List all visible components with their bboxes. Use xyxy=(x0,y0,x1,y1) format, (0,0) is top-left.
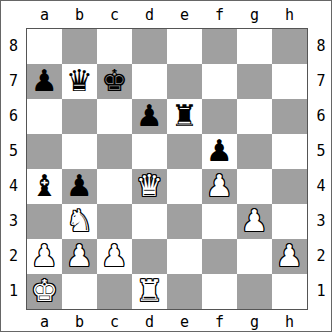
square-g8[interactable] xyxy=(237,29,272,64)
square-e7[interactable] xyxy=(167,64,202,99)
piece-white-pawn[interactable]: ♟ xyxy=(272,239,307,274)
square-g6[interactable] xyxy=(237,99,272,134)
square-h7[interactable] xyxy=(272,64,307,99)
rank-label-2: 2 xyxy=(1,239,26,274)
piece-white-king[interactable]: ♚ xyxy=(27,274,62,309)
square-h8[interactable] xyxy=(272,29,307,64)
rank-label-4: 4 xyxy=(309,169,332,204)
file-label-e: e xyxy=(167,6,202,24)
square-e8[interactable] xyxy=(167,29,202,64)
rank-label-3: 3 xyxy=(1,204,26,239)
rank-label-1: 1 xyxy=(1,274,26,309)
rank-label-6: 6 xyxy=(1,99,26,134)
square-a2[interactable]: ♟ xyxy=(27,239,62,274)
square-h3[interactable] xyxy=(272,204,307,239)
square-h4[interactable] xyxy=(272,169,307,204)
square-f2[interactable] xyxy=(202,239,237,274)
rank-labels-right: 87654321 xyxy=(309,28,332,310)
square-b3[interactable]: ♞ xyxy=(62,204,97,239)
square-g5[interactable] xyxy=(237,134,272,169)
chess-diagram: abcdefgh 87654321 87654321 ♟♛♚♟♜♟♝♟♛♟♞♟♟… xyxy=(0,0,332,332)
square-e2[interactable] xyxy=(167,239,202,274)
square-f7[interactable] xyxy=(202,64,237,99)
square-a1[interactable]: ♚ xyxy=(27,274,62,309)
square-d3[interactable] xyxy=(132,204,167,239)
square-a3[interactable] xyxy=(27,204,62,239)
piece-white-rook[interactable]: ♜ xyxy=(132,274,167,309)
square-e5[interactable] xyxy=(167,134,202,169)
square-f1[interactable] xyxy=(202,274,237,309)
square-d4[interactable]: ♛ xyxy=(132,169,167,204)
square-h1[interactable] xyxy=(272,274,307,309)
file-label-c: c xyxy=(97,6,132,24)
piece-black-pawn[interactable]: ♟ xyxy=(132,99,167,134)
square-b8[interactable] xyxy=(62,29,97,64)
file-label-b: b xyxy=(62,6,97,24)
file-label-d: d xyxy=(132,313,167,331)
square-e3[interactable] xyxy=(167,204,202,239)
square-f5[interactable]: ♟ xyxy=(202,134,237,169)
file-label-h: h xyxy=(272,6,307,24)
piece-black-pawn[interactable]: ♟ xyxy=(62,169,97,204)
square-f8[interactable] xyxy=(202,29,237,64)
square-d5[interactable] xyxy=(132,134,167,169)
piece-black-pawn[interactable]: ♟ xyxy=(202,134,237,169)
square-e6[interactable]: ♜ xyxy=(167,99,202,134)
square-b7[interactable]: ♛ xyxy=(62,64,97,99)
piece-white-queen[interactable]: ♛ xyxy=(132,169,167,204)
file-label-a: a xyxy=(27,313,62,331)
square-e1[interactable] xyxy=(167,274,202,309)
piece-white-pawn[interactable]: ♟ xyxy=(202,169,237,204)
file-labels-top: abcdefgh xyxy=(26,1,308,28)
square-d8[interactable] xyxy=(132,29,167,64)
square-c3[interactable] xyxy=(97,204,132,239)
square-g7[interactable] xyxy=(237,64,272,99)
square-h5[interactable] xyxy=(272,134,307,169)
file-labels-bottom: abcdefgh xyxy=(26,310,308,332)
square-b5[interactable] xyxy=(62,134,97,169)
square-g1[interactable] xyxy=(237,274,272,309)
square-c7[interactable]: ♚ xyxy=(97,64,132,99)
square-h6[interactable] xyxy=(272,99,307,134)
square-a7[interactable]: ♟ xyxy=(27,64,62,99)
file-label-d: d xyxy=(132,6,167,24)
square-e4[interactable] xyxy=(167,169,202,204)
square-c2[interactable]: ♟ xyxy=(97,239,132,274)
rank-label-5: 5 xyxy=(1,134,26,169)
file-label-f: f xyxy=(202,6,237,24)
file-label-b: b xyxy=(62,313,97,331)
piece-white-pawn[interactable]: ♟ xyxy=(62,239,97,274)
square-d2[interactable] xyxy=(132,239,167,274)
rank-label-1: 1 xyxy=(309,274,332,309)
square-h2[interactable]: ♟ xyxy=(272,239,307,274)
square-c6[interactable] xyxy=(97,99,132,134)
rank-label-6: 6 xyxy=(309,99,332,134)
file-label-a: a xyxy=(27,6,62,24)
square-f4[interactable]: ♟ xyxy=(202,169,237,204)
square-a5[interactable] xyxy=(27,134,62,169)
square-b6[interactable] xyxy=(62,99,97,134)
square-c1[interactable] xyxy=(97,274,132,309)
piece-white-knight[interactable]: ♞ xyxy=(62,204,97,239)
square-g2[interactable] xyxy=(237,239,272,274)
file-label-h: h xyxy=(272,313,307,331)
square-d6[interactable]: ♟ xyxy=(132,99,167,134)
square-a6[interactable] xyxy=(27,99,62,134)
square-a4[interactable]: ♝ xyxy=(27,169,62,204)
piece-black-king[interactable]: ♚ xyxy=(97,64,132,99)
piece-black-queen[interactable]: ♛ xyxy=(62,64,97,99)
rank-label-5: 5 xyxy=(309,134,332,169)
file-label-f: f xyxy=(202,313,237,331)
square-b2[interactable]: ♟ xyxy=(62,239,97,274)
square-c5[interactable] xyxy=(97,134,132,169)
piece-white-pawn[interactable]: ♟ xyxy=(27,239,62,274)
piece-black-bishop[interactable]: ♝ xyxy=(27,169,62,204)
rank-label-4: 4 xyxy=(1,169,26,204)
piece-white-pawn[interactable]: ♟ xyxy=(237,204,272,239)
square-c8[interactable] xyxy=(97,29,132,64)
chess-board: ♟♛♚♟♜♟♝♟♛♟♞♟♟♟♟♟♚♜ xyxy=(26,28,308,310)
file-label-g: g xyxy=(237,6,272,24)
square-c4[interactable] xyxy=(97,169,132,204)
rank-labels-left: 87654321 xyxy=(1,28,26,310)
rank-label-8: 8 xyxy=(1,29,26,64)
square-d7[interactable] xyxy=(132,64,167,99)
rank-label-8: 8 xyxy=(309,29,332,64)
rank-label-2: 2 xyxy=(309,239,332,274)
square-g4[interactable] xyxy=(237,169,272,204)
file-label-e: e xyxy=(167,313,202,331)
piece-white-pawn[interactable]: ♟ xyxy=(97,239,132,274)
square-d1[interactable]: ♜ xyxy=(132,274,167,309)
square-b4[interactable]: ♟ xyxy=(62,169,97,204)
file-label-c: c xyxy=(97,313,132,331)
square-a8[interactable] xyxy=(27,29,62,64)
square-f3[interactable] xyxy=(202,204,237,239)
rank-label-7: 7 xyxy=(309,64,332,99)
square-f6[interactable] xyxy=(202,99,237,134)
rank-label-3: 3 xyxy=(309,204,332,239)
square-g3[interactable]: ♟ xyxy=(237,204,272,239)
piece-black-rook[interactable]: ♜ xyxy=(167,99,202,134)
rank-label-7: 7 xyxy=(1,64,26,99)
file-label-g: g xyxy=(237,313,272,331)
piece-black-pawn[interactable]: ♟ xyxy=(27,64,62,99)
square-b1[interactable] xyxy=(62,274,97,309)
